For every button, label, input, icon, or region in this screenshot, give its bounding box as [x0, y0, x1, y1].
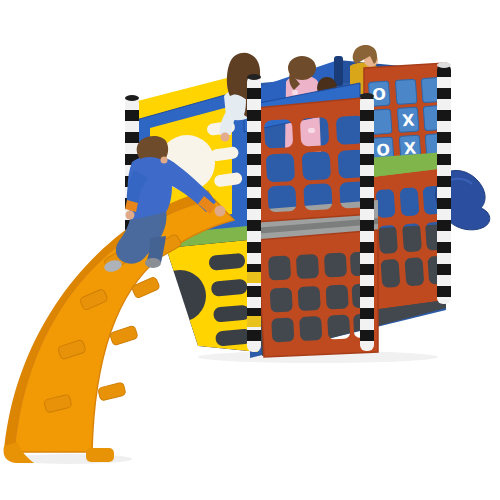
lower-right-panel [372, 168, 446, 310]
shoe [145, 258, 161, 268]
playset-scene: O X O [0, 0, 500, 500]
upper-center-panel [256, 97, 372, 222]
striped-post-center [247, 74, 261, 352]
ear [161, 157, 168, 164]
tile-mark: O [372, 84, 387, 104]
hand [221, 133, 230, 142]
tile-mark: X [401, 110, 415, 130]
lower-left-cube [166, 239, 258, 352]
tic-tac-toe-grid: O X O [368, 77, 446, 162]
hand [215, 206, 226, 217]
post-cap [125, 95, 139, 101]
playset-product-photo: O X O [0, 0, 500, 500]
rail-post [334, 56, 343, 86]
striped-post-right [360, 93, 374, 351]
lower-left-panel [166, 239, 258, 352]
hand [126, 211, 135, 220]
tic-tac-toe-tile: X [397, 107, 419, 132]
tic-tac-toe-tile [395, 79, 417, 104]
striped-post-far-right [437, 64, 451, 304]
post-cap [437, 62, 451, 68]
arch-foot-right [86, 448, 114, 462]
